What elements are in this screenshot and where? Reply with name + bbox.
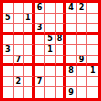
- cell-r2c3-given[interactable]: 1: [24, 14, 35, 25]
- cell-r3c7[interactable]: [66, 24, 77, 35]
- cell-r3c9[interactable]: [87, 24, 98, 35]
- cell-r9c5[interactable]: [45, 87, 56, 98]
- cell-r4c9[interactable]: [87, 35, 98, 46]
- cell-r9c7-given[interactable]: 9: [66, 87, 77, 98]
- cell-r1c5[interactable]: [45, 3, 56, 14]
- cell-r2c8[interactable]: [77, 14, 88, 25]
- cell-r1c6[interactable]: [56, 3, 67, 14]
- cell-r6c3[interactable]: [24, 56, 35, 67]
- cell-r1c9[interactable]: [87, 3, 98, 14]
- cell-r3c2[interactable]: [14, 24, 25, 35]
- cell-r5c8[interactable]: [77, 45, 88, 56]
- cell-r3c5[interactable]: [45, 24, 56, 35]
- cell-r3c4-given[interactable]: 3: [35, 24, 46, 35]
- cell-r6c2-given[interactable]: 7: [14, 56, 25, 67]
- cell-r3c1[interactable]: [3, 24, 14, 35]
- cell-r5c4[interactable]: [35, 45, 46, 56]
- cell-r6c7[interactable]: [66, 56, 77, 67]
- cell-r7c7-given[interactable]: 8: [66, 66, 77, 77]
- cell-r8c9[interactable]: [87, 77, 98, 88]
- cell-r9c4[interactable]: [35, 87, 46, 98]
- cell-r1c4-given[interactable]: 6: [35, 3, 46, 14]
- cell-r3c6[interactable]: [56, 24, 67, 35]
- cell-r6c9[interactable]: [87, 56, 98, 67]
- cell-r2c2[interactable]: [14, 14, 25, 25]
- cell-r9c6[interactable]: [56, 87, 67, 98]
- cell-r8c4-given[interactable]: 7: [35, 77, 46, 88]
- cell-r4c5-given[interactable]: 5: [45, 35, 56, 46]
- cell-r9c8[interactable]: [77, 87, 88, 98]
- cell-r5c1-given[interactable]: 3: [3, 45, 14, 56]
- cell-r2c6[interactable]: [56, 14, 67, 25]
- cell-r1c1[interactable]: [3, 3, 14, 14]
- cell-r4c3[interactable]: [24, 35, 35, 46]
- cell-r5c3[interactable]: [24, 45, 35, 56]
- cell-r7c6[interactable]: [56, 66, 67, 77]
- cell-r4c7[interactable]: [66, 35, 77, 46]
- cell-r9c3[interactable]: [24, 87, 35, 98]
- cell-r8c7[interactable]: [66, 77, 77, 88]
- cell-r8c5[interactable]: [45, 77, 56, 88]
- cell-r9c1[interactable]: [3, 87, 14, 98]
- cell-r6c8-given[interactable]: 9: [77, 56, 88, 67]
- cell-r7c2[interactable]: [14, 66, 25, 77]
- cell-r1c7-given[interactable]: 4: [66, 3, 77, 14]
- cell-r8c8[interactable]: [77, 77, 88, 88]
- cell-r7c3[interactable]: [24, 66, 35, 77]
- cell-r6c6[interactable]: [56, 56, 67, 67]
- cell-r1c3[interactable]: [24, 3, 35, 14]
- cell-r9c9[interactable]: [87, 87, 98, 98]
- cell-r9c2[interactable]: [14, 87, 25, 98]
- cell-r8c3[interactable]: [24, 77, 35, 88]
- cell-r8c1[interactable]: [3, 77, 14, 88]
- cell-r5c9[interactable]: [87, 45, 98, 56]
- cell-r7c4[interactable]: [35, 66, 46, 77]
- cell-r8c6[interactable]: [56, 77, 67, 88]
- cell-r7c1[interactable]: [3, 66, 14, 77]
- cell-r4c6-given[interactable]: 8: [56, 35, 67, 46]
- cell-r7c5[interactable]: [45, 66, 56, 77]
- cell-r5c7[interactable]: [66, 45, 77, 56]
- cell-r2c9[interactable]: [87, 14, 98, 25]
- cell-r7c9-given[interactable]: 1: [87, 66, 98, 77]
- cell-r3c8[interactable]: [77, 24, 88, 35]
- cell-r6c1[interactable]: [3, 56, 14, 67]
- cell-r6c4[interactable]: [35, 56, 46, 67]
- cell-r4c4[interactable]: [35, 35, 46, 46]
- cell-r2c5[interactable]: [45, 14, 56, 25]
- cell-r5c5-given[interactable]: 1: [45, 45, 56, 56]
- cell-r5c2[interactable]: [14, 45, 25, 56]
- cell-r2c4[interactable]: [35, 14, 46, 25]
- cell-r4c2[interactable]: [14, 35, 25, 46]
- cell-r6c5[interactable]: [45, 56, 56, 67]
- cell-r1c8-given[interactable]: 2: [77, 3, 88, 14]
- cell-r7c8[interactable]: [77, 66, 88, 77]
- cell-r4c1[interactable]: [3, 35, 14, 46]
- cell-r2c1-given[interactable]: 5: [3, 14, 14, 25]
- cell-r1c2[interactable]: [14, 3, 25, 14]
- cell-r4c8[interactable]: [77, 35, 88, 46]
- cell-r3c3[interactable]: [24, 24, 35, 35]
- cell-r5c6[interactable]: [56, 45, 67, 56]
- sudoku-board: 64251358317981279: [0, 0, 101, 101]
- cell-r2c7[interactable]: [66, 14, 77, 25]
- cell-r8c2-given[interactable]: 2: [14, 77, 25, 88]
